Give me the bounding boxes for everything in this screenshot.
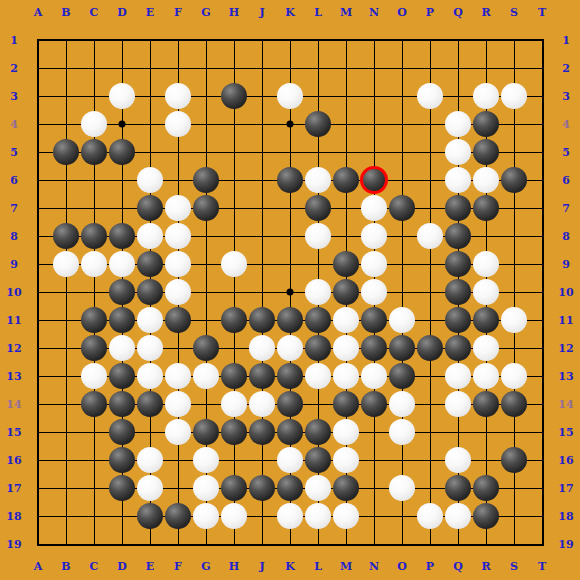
col-label-top-P: P bbox=[426, 7, 434, 18]
stone-white-N7 bbox=[361, 195, 387, 221]
stone-black-R7 bbox=[473, 195, 499, 221]
stone-black-P12 bbox=[417, 335, 443, 361]
stone-black-G7 bbox=[193, 195, 219, 221]
row-label-left-4: 4 bbox=[10, 119, 18, 130]
stone-black-L4 bbox=[305, 111, 331, 137]
stone-black-L12 bbox=[305, 335, 331, 361]
stone-black-Q10 bbox=[445, 279, 471, 305]
stone-black-Q9 bbox=[445, 251, 471, 277]
col-label-bottom-E: E bbox=[146, 561, 154, 572]
row-label-left-19: 19 bbox=[6, 539, 21, 550]
stone-black-M17 bbox=[333, 475, 359, 501]
row-label-left-11: 11 bbox=[6, 315, 21, 326]
stone-black-S6 bbox=[501, 167, 527, 193]
stone-black-F18 bbox=[165, 503, 191, 529]
stone-white-E12 bbox=[137, 335, 163, 361]
stone-black-D15 bbox=[109, 419, 135, 445]
stone-white-N13 bbox=[361, 363, 387, 389]
col-label-top-K: K bbox=[285, 7, 295, 18]
stone-black-F11 bbox=[165, 307, 191, 333]
stone-white-N8 bbox=[361, 223, 387, 249]
stone-white-M13 bbox=[333, 363, 359, 389]
stone-white-Q18 bbox=[445, 503, 471, 529]
col-label-top-D: D bbox=[117, 7, 127, 18]
stone-white-M16 bbox=[333, 447, 359, 473]
stone-black-D14 bbox=[109, 391, 135, 417]
stone-white-O11 bbox=[389, 307, 415, 333]
stone-black-J11 bbox=[249, 307, 275, 333]
col-label-top-J: J bbox=[259, 7, 264, 18]
stone-black-O7 bbox=[389, 195, 415, 221]
col-label-bottom-T: T bbox=[538, 561, 546, 572]
stone-white-S3 bbox=[501, 83, 527, 109]
stone-white-L6 bbox=[305, 167, 331, 193]
stone-black-H13 bbox=[221, 363, 247, 389]
stone-white-K18 bbox=[277, 503, 303, 529]
stone-white-S13 bbox=[501, 363, 527, 389]
stone-white-L18 bbox=[305, 503, 331, 529]
stone-black-E14 bbox=[137, 391, 163, 417]
go-board-screenshot: AABBCCDDEEFFGGHHJJKKLLMMNNOOPPQQRRSSTT11… bbox=[0, 0, 580, 580]
col-label-top-E: E bbox=[146, 7, 154, 18]
row-label-right-5: 5 bbox=[562, 147, 570, 158]
stone-black-E7 bbox=[137, 195, 163, 221]
row-label-left-8: 8 bbox=[10, 231, 18, 242]
row-label-right-11: 11 bbox=[558, 315, 573, 326]
stone-black-D10 bbox=[109, 279, 135, 305]
col-label-bottom-Q: Q bbox=[453, 561, 463, 572]
col-label-top-G: G bbox=[201, 7, 210, 18]
stone-white-L13 bbox=[305, 363, 331, 389]
stone-black-R11 bbox=[473, 307, 499, 333]
stone-white-D9 bbox=[109, 251, 135, 277]
stone-black-E10 bbox=[137, 279, 163, 305]
stone-black-M14 bbox=[333, 391, 359, 417]
stone-black-D16 bbox=[109, 447, 135, 473]
star-point-K10 bbox=[287, 289, 294, 296]
stone-black-S16 bbox=[501, 447, 527, 473]
stone-white-Q13 bbox=[445, 363, 471, 389]
stone-white-F13 bbox=[165, 363, 191, 389]
stone-black-D5 bbox=[109, 139, 135, 165]
stone-black-J15 bbox=[249, 419, 275, 445]
stone-black-N11 bbox=[361, 307, 387, 333]
stone-black-E9 bbox=[137, 251, 163, 277]
stone-black-D17 bbox=[109, 475, 135, 501]
row-label-right-2: 2 bbox=[562, 63, 570, 74]
col-label-bottom-N: N bbox=[369, 561, 379, 572]
stone-black-H11 bbox=[221, 307, 247, 333]
stone-black-N12 bbox=[361, 335, 387, 361]
col-label-bottom-A: A bbox=[34, 561, 43, 572]
stone-white-J14 bbox=[249, 391, 275, 417]
stone-white-R3 bbox=[473, 83, 499, 109]
col-label-top-H: H bbox=[229, 7, 239, 18]
col-label-bottom-K: K bbox=[285, 561, 295, 572]
stone-black-O13 bbox=[389, 363, 415, 389]
col-label-bottom-O: O bbox=[397, 561, 407, 572]
row-label-left-3: 3 bbox=[10, 91, 18, 102]
stone-black-M9 bbox=[333, 251, 359, 277]
stone-white-F10 bbox=[165, 279, 191, 305]
stone-white-Q14 bbox=[445, 391, 471, 417]
stone-black-G6 bbox=[193, 167, 219, 193]
stone-white-E16 bbox=[137, 447, 163, 473]
stone-black-R17 bbox=[473, 475, 499, 501]
stone-black-C5 bbox=[81, 139, 107, 165]
col-label-top-O: O bbox=[397, 7, 407, 18]
row-label-right-10: 10 bbox=[558, 287, 573, 298]
col-label-bottom-C: C bbox=[90, 561, 99, 572]
stone-black-H17 bbox=[221, 475, 247, 501]
row-label-right-7: 7 bbox=[562, 203, 570, 214]
stone-black-H15 bbox=[221, 419, 247, 445]
stone-white-N10 bbox=[361, 279, 387, 305]
stone-white-R13 bbox=[473, 363, 499, 389]
stone-black-E18 bbox=[137, 503, 163, 529]
col-label-bottom-S: S bbox=[510, 561, 518, 572]
stone-black-S14 bbox=[501, 391, 527, 417]
row-label-right-14: 14 bbox=[558, 399, 573, 410]
stone-white-F9 bbox=[165, 251, 191, 277]
col-label-top-L: L bbox=[314, 7, 322, 18]
stone-white-R9 bbox=[473, 251, 499, 277]
stone-white-J12 bbox=[249, 335, 275, 361]
stone-black-Q12 bbox=[445, 335, 471, 361]
stone-black-C8 bbox=[81, 223, 107, 249]
stone-white-K16 bbox=[277, 447, 303, 473]
stone-white-F3 bbox=[165, 83, 191, 109]
row-label-left-2: 2 bbox=[10, 63, 18, 74]
stone-white-M12 bbox=[333, 335, 359, 361]
stone-black-R5 bbox=[473, 139, 499, 165]
stone-white-H14 bbox=[221, 391, 247, 417]
col-label-bottom-J: J bbox=[259, 561, 264, 572]
stone-black-R14 bbox=[473, 391, 499, 417]
row-label-right-6: 6 bbox=[562, 175, 570, 186]
stone-white-S11 bbox=[501, 307, 527, 333]
row-label-right-1: 1 bbox=[562, 35, 570, 46]
last-move-marker bbox=[360, 166, 388, 194]
stone-black-C12 bbox=[81, 335, 107, 361]
row-label-right-13: 13 bbox=[558, 371, 573, 382]
stone-white-G16 bbox=[193, 447, 219, 473]
col-label-bottom-L: L bbox=[314, 561, 322, 572]
col-label-bottom-B: B bbox=[61, 561, 70, 572]
row-label-left-18: 18 bbox=[6, 511, 21, 522]
stone-black-D8 bbox=[109, 223, 135, 249]
stone-white-B9 bbox=[53, 251, 79, 277]
stone-white-H9 bbox=[221, 251, 247, 277]
stone-black-C11 bbox=[81, 307, 107, 333]
stone-white-G13 bbox=[193, 363, 219, 389]
col-label-top-A: A bbox=[34, 7, 43, 18]
col-label-bottom-R: R bbox=[481, 561, 490, 572]
row-label-right-15: 15 bbox=[558, 427, 573, 438]
stone-black-L15 bbox=[305, 419, 331, 445]
stone-black-K17 bbox=[277, 475, 303, 501]
stone-white-H18 bbox=[221, 503, 247, 529]
stone-white-R6 bbox=[473, 167, 499, 193]
stone-white-L8 bbox=[305, 223, 331, 249]
stone-white-M15 bbox=[333, 419, 359, 445]
stone-black-L16 bbox=[305, 447, 331, 473]
stone-black-G12 bbox=[193, 335, 219, 361]
row-label-left-15: 15 bbox=[6, 427, 21, 438]
stone-white-K3 bbox=[277, 83, 303, 109]
stone-white-Q4 bbox=[445, 111, 471, 137]
row-label-left-17: 17 bbox=[6, 483, 21, 494]
stone-black-N14 bbox=[361, 391, 387, 417]
row-label-left-10: 10 bbox=[6, 287, 21, 298]
stone-black-B8 bbox=[53, 223, 79, 249]
stone-black-Q7 bbox=[445, 195, 471, 221]
row-label-right-8: 8 bbox=[562, 231, 570, 242]
stone-black-B5 bbox=[53, 139, 79, 165]
stone-white-L10 bbox=[305, 279, 331, 305]
star-point-K4 bbox=[287, 121, 294, 128]
stone-white-C4 bbox=[81, 111, 107, 137]
stone-white-E13 bbox=[137, 363, 163, 389]
stone-white-R12 bbox=[473, 335, 499, 361]
row-label-right-16: 16 bbox=[558, 455, 573, 466]
row-label-left-7: 7 bbox=[10, 203, 18, 214]
stone-white-K12 bbox=[277, 335, 303, 361]
col-label-top-F: F bbox=[174, 7, 182, 18]
row-label-left-14: 14 bbox=[6, 399, 21, 410]
stone-white-F14 bbox=[165, 391, 191, 417]
stone-black-K14 bbox=[277, 391, 303, 417]
stone-white-R10 bbox=[473, 279, 499, 305]
stone-white-P18 bbox=[417, 503, 443, 529]
row-label-left-6: 6 bbox=[10, 175, 18, 186]
col-label-top-B: B bbox=[61, 7, 70, 18]
row-label-left-5: 5 bbox=[10, 147, 18, 158]
stone-white-F7 bbox=[165, 195, 191, 221]
col-label-bottom-G: G bbox=[201, 561, 210, 572]
stone-white-O17 bbox=[389, 475, 415, 501]
stone-black-C14 bbox=[81, 391, 107, 417]
stone-black-D11 bbox=[109, 307, 135, 333]
stone-white-C9 bbox=[81, 251, 107, 277]
col-label-top-M: M bbox=[340, 7, 352, 18]
row-label-right-19: 19 bbox=[558, 539, 573, 550]
col-label-bottom-P: P bbox=[426, 561, 434, 572]
stone-white-Q5 bbox=[445, 139, 471, 165]
stone-white-F4 bbox=[165, 111, 191, 137]
stone-black-J17 bbox=[249, 475, 275, 501]
row-label-left-13: 13 bbox=[6, 371, 21, 382]
col-label-top-Q: Q bbox=[453, 7, 463, 18]
stone-black-K13 bbox=[277, 363, 303, 389]
row-label-left-9: 9 bbox=[10, 259, 18, 270]
stone-white-F8 bbox=[165, 223, 191, 249]
stone-white-D12 bbox=[109, 335, 135, 361]
row-label-right-3: 3 bbox=[562, 91, 570, 102]
stone-white-O15 bbox=[389, 419, 415, 445]
row-label-left-16: 16 bbox=[6, 455, 21, 466]
stone-black-Q8 bbox=[445, 223, 471, 249]
stone-white-F15 bbox=[165, 419, 191, 445]
col-label-bottom-D: D bbox=[117, 561, 127, 572]
row-label-right-12: 12 bbox=[558, 343, 573, 354]
row-label-right-17: 17 bbox=[558, 483, 573, 494]
stone-black-G15 bbox=[193, 419, 219, 445]
col-label-bottom-F: F bbox=[174, 561, 182, 572]
stone-black-L7 bbox=[305, 195, 331, 221]
star-point-D4 bbox=[119, 121, 126, 128]
stone-white-E6 bbox=[137, 167, 163, 193]
stone-white-G17 bbox=[193, 475, 219, 501]
col-label-top-R: R bbox=[481, 7, 490, 18]
stone-black-M10 bbox=[333, 279, 359, 305]
stone-black-Q11 bbox=[445, 307, 471, 333]
stone-black-D13 bbox=[109, 363, 135, 389]
stone-black-R18 bbox=[473, 503, 499, 529]
stone-white-E11 bbox=[137, 307, 163, 333]
stone-white-E8 bbox=[137, 223, 163, 249]
stone-white-Q16 bbox=[445, 447, 471, 473]
row-label-left-1: 1 bbox=[10, 35, 18, 46]
stone-white-N9 bbox=[361, 251, 387, 277]
col-label-bottom-H: H bbox=[229, 561, 239, 572]
col-label-top-C: C bbox=[90, 7, 99, 18]
stone-black-M6 bbox=[333, 167, 359, 193]
col-label-top-T: T bbox=[538, 7, 546, 18]
stone-white-O14 bbox=[389, 391, 415, 417]
stone-white-E17 bbox=[137, 475, 163, 501]
stone-white-M18 bbox=[333, 503, 359, 529]
row-label-left-12: 12 bbox=[6, 343, 21, 354]
stone-black-Q17 bbox=[445, 475, 471, 501]
stone-white-D3 bbox=[109, 83, 135, 109]
stone-black-H3 bbox=[221, 83, 247, 109]
stone-black-O12 bbox=[389, 335, 415, 361]
stone-white-G18 bbox=[193, 503, 219, 529]
row-label-right-9: 9 bbox=[562, 259, 570, 270]
stone-white-C13 bbox=[81, 363, 107, 389]
stone-black-K15 bbox=[277, 419, 303, 445]
stone-black-K6 bbox=[277, 167, 303, 193]
col-label-bottom-M: M bbox=[340, 561, 352, 572]
stone-black-L11 bbox=[305, 307, 331, 333]
col-label-top-N: N bbox=[369, 7, 379, 18]
row-label-right-4: 4 bbox=[562, 119, 570, 130]
stone-black-K11 bbox=[277, 307, 303, 333]
stone-white-L17 bbox=[305, 475, 331, 501]
col-label-top-S: S bbox=[510, 7, 518, 18]
stone-white-P3 bbox=[417, 83, 443, 109]
stone-black-J13 bbox=[249, 363, 275, 389]
stone-black-R4 bbox=[473, 111, 499, 137]
stone-white-M11 bbox=[333, 307, 359, 333]
stone-white-Q6 bbox=[445, 167, 471, 193]
stone-white-P8 bbox=[417, 223, 443, 249]
row-label-right-18: 18 bbox=[558, 511, 573, 522]
